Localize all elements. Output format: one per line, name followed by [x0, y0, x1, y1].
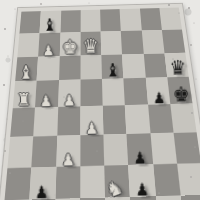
- square-e4: [103, 105, 127, 134]
- square-c3: ♟: [56, 135, 80, 166]
- square-b2: ♟: [30, 166, 56, 200]
- square-d1: [80, 198, 106, 200]
- square-f5: [124, 78, 148, 105]
- square-e5: [102, 79, 125, 106]
- square-f3: ♟: [127, 133, 153, 164]
- piece-white-rook-a5: ♜: [12, 91, 35, 109]
- square-a2: [4, 167, 31, 200]
- square-d4: ♟: [80, 106, 103, 135]
- square-b1: [27, 199, 54, 200]
- square-c6: [59, 55, 81, 80]
- square-g3: [150, 132, 177, 163]
- square-c7: ♚: [59, 32, 80, 56]
- piece-white-king-c7: ♚: [59, 37, 80, 57]
- square-e1: [105, 197, 132, 200]
- square-a5: ♜: [13, 81, 37, 108]
- square-h4: [170, 103, 197, 132]
- square-e6: ♝: [101, 54, 123, 79]
- square-d8: [80, 10, 100, 32]
- square-c5: ♟: [58, 80, 81, 107]
- piece-black-bishop-e6: ♝: [102, 62, 124, 80]
- square-g4: [148, 104, 174, 133]
- square-b6: [37, 56, 59, 81]
- piece-white-queen-d7: ♛: [80, 36, 101, 56]
- square-a7: [17, 33, 39, 57]
- board-perspective-wrap: ♝♟♚♛♝♝♛♜♟♟♟♚♟♟♟♟♞♟❖: [0, 3, 200, 200]
- square-b8: ♝: [40, 11, 61, 33]
- square-h2: [177, 162, 200, 196]
- square-f6: [122, 53, 145, 78]
- square-c4: [57, 106, 80, 135]
- piece-black-bishop-b8: ♝: [39, 17, 60, 34]
- square-d7: ♛: [80, 31, 101, 55]
- square-b4: [34, 107, 58, 136]
- square-g5: ♟: [145, 78, 170, 105]
- square-c2: [55, 166, 80, 200]
- chess-board: ♝♟♚♛♝♝♛♜♟♟♟♚♟♟♟♟♞♟❖: [0, 3, 200, 200]
- piece-white-bishop-a6: ♝: [15, 64, 37, 82]
- square-e8: [100, 9, 121, 31]
- square-g8: [139, 8, 161, 30]
- square-a4: [10, 108, 35, 137]
- square-f7: [121, 30, 143, 54]
- piece-white-knight-e2: ♞: [100, 176, 130, 200]
- square-d5: [80, 79, 102, 106]
- square-b5: ♟: [35, 80, 58, 107]
- square-b7: ♟: [38, 32, 60, 56]
- square-f8: [120, 9, 142, 31]
- square-g7: [141, 30, 164, 54]
- square-d3: [80, 134, 104, 165]
- square-g6: [143, 53, 167, 78]
- square-f4: [125, 105, 150, 134]
- square-h8: [159, 8, 182, 30]
- photo-dust-speckles: [0, 0, 2, 2]
- piece-black-pawn-b2: ♟: [29, 184, 54, 200]
- square-b3: [32, 135, 57, 166]
- square-h7: [162, 29, 186, 53]
- square-e2: ♞: [104, 164, 130, 198]
- piece-black-queen-h6: ♛: [166, 58, 188, 79]
- square-c1: [54, 199, 80, 200]
- square-h5: ♚: [167, 77, 192, 104]
- square-f1: [130, 197, 158, 200]
- square-a8: [19, 11, 41, 33]
- square-d6: [80, 55, 102, 80]
- square-f2: ♟: [128, 164, 155, 198]
- square-c8: [60, 10, 80, 32]
- square-e7: [101, 31, 123, 55]
- square-a3: [7, 136, 33, 167]
- square-d2: [80, 165, 105, 199]
- square-g2: [153, 163, 181, 197]
- square-h3: [173, 132, 200, 163]
- chessboard-photo: ♝♟♚♛♝♝♛♜♟♟♟♚♟♟♟♟♞♟❖: [0, 0, 200, 200]
- square-h6: ♛: [164, 52, 189, 77]
- square-a6: ♝: [15, 56, 38, 81]
- piece-black-king-h5: ♚: [169, 84, 192, 105]
- square-h1: [180, 195, 200, 200]
- square-e3: [103, 134, 128, 165]
